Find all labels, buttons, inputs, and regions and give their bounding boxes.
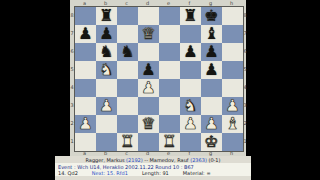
- move-played: 14. Qd2: [58, 170, 78, 176]
- white-pawn-piece: ♟: [225, 97, 239, 115]
- square-d6: [138, 43, 159, 61]
- black-pawn-piece: ♟: [204, 43, 218, 61]
- square-a3: [75, 97, 96, 115]
- square-h5: [222, 61, 243, 79]
- square-d3: [138, 97, 159, 115]
- square-d4: ♟: [138, 79, 159, 97]
- square-c2: [117, 115, 138, 133]
- black-pawn-piece: ♟: [99, 25, 113, 43]
- square-f7: [180, 25, 201, 43]
- square-d5: ♟: [138, 61, 159, 79]
- square-f4: [180, 79, 201, 97]
- square-g3: [201, 97, 222, 115]
- square-f8: ♜: [180, 7, 201, 25]
- black-knight-piece: ♞: [120, 43, 134, 61]
- chess-board: ♜♜♚♟♟♛♝♞♞♟♟♞♟♟♟♟♞♟♟♛♟♟♝♜♜♚: [74, 6, 244, 152]
- chess-diagram-panel: abcdefgh 87654321 87654321 abcdefgh ♜♜♚♟…: [70, 0, 246, 180]
- square-c4: [117, 79, 138, 97]
- square-g7: ♝: [201, 25, 222, 43]
- square-b3: ♟: [96, 97, 117, 115]
- square-f3: ♞: [180, 97, 201, 115]
- black-pawn-piece: ♟: [141, 61, 155, 79]
- black-bishop-piece: ♝: [204, 25, 218, 43]
- square-a7: ♟: [75, 25, 96, 43]
- stats-line: 14. Qd2 Next: 15. Rfd1 Length: 91 Materi…: [58, 170, 248, 176]
- white-knight-piece: ♞: [99, 61, 113, 79]
- game-length: Length: 91: [142, 170, 169, 176]
- square-h8: [222, 7, 243, 25]
- white-queen-piece: ♛: [141, 115, 155, 133]
- square-d2: ♛: [138, 115, 159, 133]
- square-f6: ♟: [180, 43, 201, 61]
- white-pawn-piece: ♟: [99, 97, 113, 115]
- square-h1: [222, 133, 243, 151]
- square-d7: ♛: [138, 25, 159, 43]
- black-pawn-piece: ♟: [183, 43, 197, 61]
- square-b8: ♜: [96, 7, 117, 25]
- black-rook-piece: ♜: [183, 7, 197, 25]
- square-b4: [96, 79, 117, 97]
- square-e1: ♜: [159, 133, 180, 151]
- square-h7: [222, 25, 243, 43]
- video-frame: abcdefgh 87654321 87654321 abcdefgh ♜♜♚♟…: [0, 0, 320, 180]
- square-a2: ♟: [75, 115, 96, 133]
- square-c3: [117, 97, 138, 115]
- square-a4: [75, 79, 96, 97]
- square-g4: [201, 79, 222, 97]
- square-g5: ♟: [201, 61, 222, 79]
- black-rook-piece: ♜: [99, 7, 113, 25]
- square-c5: [117, 61, 138, 79]
- square-b1: [96, 133, 117, 151]
- white-king-piece: ♚: [204, 133, 218, 151]
- square-d8: [138, 7, 159, 25]
- square-g2: ♟: [201, 115, 222, 133]
- caption-band: Event : Wch U14, Heraklio 2002.11.22 Rou…: [55, 163, 251, 176]
- square-g8: ♚: [201, 7, 222, 25]
- square-f2: ♟: [180, 115, 201, 133]
- black-king-piece: ♚: [204, 7, 218, 25]
- square-g1: ♚: [201, 133, 222, 151]
- square-e3: [159, 97, 180, 115]
- white-pawn-piece: ♟: [141, 79, 155, 97]
- material-balance: Material: =: [183, 170, 211, 176]
- square-g6: ♟: [201, 43, 222, 61]
- white-pawn-piece: ♟: [78, 115, 92, 133]
- square-e4: [159, 79, 180, 97]
- square-b7: ♟: [96, 25, 117, 43]
- white-pawn-piece: ♟: [183, 115, 197, 133]
- white-rook-piece: ♜: [120, 133, 134, 151]
- black-knight-piece: ♞: [99, 43, 113, 61]
- white-rook-piece: ♜: [162, 133, 176, 151]
- square-e5: [159, 61, 180, 79]
- square-a8: [75, 7, 96, 25]
- next-move: Next: 15. Rfd1: [92, 170, 128, 176]
- square-f1: [180, 133, 201, 151]
- white-queen-piece: ♛: [141, 25, 155, 43]
- black-pawn-piece: ♟: [78, 25, 92, 43]
- square-a1: [75, 133, 96, 151]
- square-a6: [75, 43, 96, 61]
- white-knight-piece: ♞: [183, 97, 197, 115]
- square-h4: [222, 79, 243, 97]
- square-c7: [117, 25, 138, 43]
- caption-area: Ragger, Markus (2192) -- Mamedov, Rauf (…: [55, 156, 251, 180]
- square-b6: ♞: [96, 43, 117, 61]
- square-e7: [159, 25, 180, 43]
- square-c6: ♞: [117, 43, 138, 61]
- white-bishop-piece: ♝: [225, 115, 239, 133]
- square-c1: ♜: [117, 133, 138, 151]
- square-d1: [138, 133, 159, 151]
- square-h6: [222, 43, 243, 61]
- square-a5: [75, 61, 96, 79]
- square-e2: [159, 115, 180, 133]
- square-e8: [159, 7, 180, 25]
- white-pawn-piece: ♟: [204, 115, 218, 133]
- black-pawn-piece: ♟: [204, 61, 218, 79]
- square-b5: ♞: [96, 61, 117, 79]
- square-h2: ♝: [222, 115, 243, 133]
- square-f5: [180, 61, 201, 79]
- square-h3: ♟: [222, 97, 243, 115]
- square-e6: [159, 43, 180, 61]
- square-b2: [96, 115, 117, 133]
- square-c8: [117, 7, 138, 25]
